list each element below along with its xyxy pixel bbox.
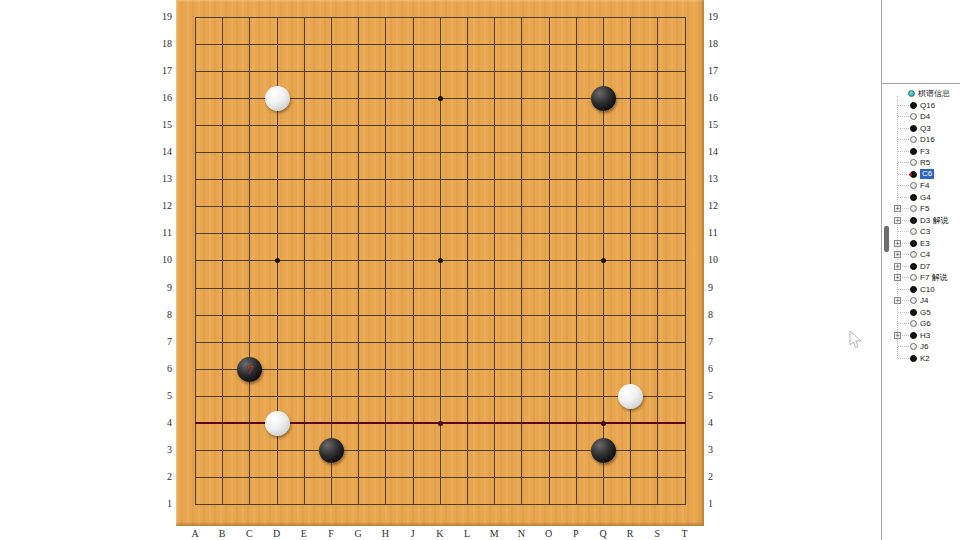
tree-node-D3[interactable]: +D3 解说 (882, 215, 960, 227)
row-label-right-6: 6 (708, 363, 732, 375)
tree-node-F4[interactable]: F4 (882, 180, 960, 192)
row-label-right-17: 17 (708, 65, 732, 77)
tree-node-F5[interactable]: +F5 (882, 203, 960, 215)
tree-branch-connector (898, 231, 909, 232)
col-label-H: H (377, 528, 393, 540)
grid-line-horizontal (195, 233, 686, 234)
tree-node-J4[interactable]: +J4 (882, 295, 960, 307)
col-label-A: A (187, 528, 203, 540)
white-stone-icon (910, 274, 917, 281)
row-label-left-12: 12 (148, 200, 172, 212)
stone-F3[interactable] (319, 438, 344, 463)
row-label-left-5: 5 (148, 390, 172, 402)
white-stone-icon (910, 251, 917, 258)
row-label-left-3: 3 (148, 444, 172, 456)
col-label-R: R (622, 528, 638, 540)
row-label-left-14: 14 (148, 146, 172, 158)
info-panel (882, 0, 960, 84)
black-stone-icon (910, 332, 917, 339)
tree-node-C10[interactable]: C10 (882, 284, 960, 296)
tree-node-label: C3 (920, 226, 930, 238)
stone-Q16[interactable] (591, 86, 616, 111)
col-label-G: G (350, 528, 366, 540)
row-label-right-3: 3 (708, 444, 732, 456)
tree-branch-connector (898, 162, 909, 163)
white-stone-icon (910, 159, 917, 166)
tree-node-R5[interactable]: R5 (882, 157, 960, 169)
tree-node-F7[interactable]: +F7 解说 (882, 272, 960, 284)
tree-node-label: K2 (920, 353, 930, 365)
tree-expander-icon[interactable]: + (894, 240, 901, 247)
tree-node-label: F3 (920, 146, 929, 158)
row-label-left-6: 6 (148, 363, 172, 375)
grid-line-horizontal (195, 342, 686, 343)
row-label-left-2: 2 (148, 471, 172, 483)
tree-node-label: C6 (920, 169, 934, 179)
row-label-left-9: 9 (148, 282, 172, 294)
white-stone-icon (910, 320, 917, 327)
row-label-right-5: 5 (708, 390, 732, 402)
black-stone-icon (910, 309, 917, 316)
grid-line-horizontal (195, 125, 686, 126)
tree-branch-connector (898, 151, 909, 152)
tree-node-label: C10 (920, 284, 935, 296)
tree-branch-connector (898, 197, 909, 198)
grid-line-horizontal (195, 17, 686, 18)
tree-node-label: F5 (920, 203, 929, 215)
black-stone-icon (910, 148, 917, 155)
tree-root-node[interactable]: 棋谱信息 (882, 88, 960, 100)
tree-branch-connector (898, 128, 909, 129)
tree-expander-icon[interactable]: + (894, 274, 901, 281)
black-stone-icon (910, 240, 917, 247)
star-point-D10 (275, 258, 280, 263)
tree-node-G4[interactable]: G4 (882, 192, 960, 204)
row-label-right-18: 18 (708, 38, 732, 50)
row-label-left-13: 13 (148, 173, 172, 185)
row-label-right-10: 10 (708, 254, 732, 266)
tree-node-F3[interactable]: F3 (882, 146, 960, 158)
stone-C6[interactable]: 7 (237, 357, 262, 382)
row-label-right-7: 7 (708, 336, 732, 348)
grid-line-horizontal (195, 504, 686, 505)
tree-expander-icon[interactable]: + (894, 263, 901, 270)
board-area: 7 11223344556677889910101111121213131414… (0, 0, 881, 540)
col-label-F: F (323, 528, 339, 540)
tree-node-label: D4 (920, 111, 930, 123)
col-label-M: M (486, 528, 502, 540)
tree-node-C4[interactable]: +C4 (882, 249, 960, 261)
row-label-right-13: 13 (708, 173, 732, 185)
col-label-B: B (214, 528, 230, 540)
tree-branch-connector (898, 139, 909, 140)
white-stone-icon (910, 205, 917, 212)
tree-branch-connector (898, 289, 909, 290)
tree-node-E3[interactable]: +E3 (882, 238, 960, 250)
black-stone-icon (910, 263, 917, 270)
grid-line-horizontal (195, 396, 686, 397)
col-label-N: N (513, 528, 529, 540)
tree-node-D4[interactable]: D4 (882, 111, 960, 123)
tree-node-C3[interactable]: C3 (882, 226, 960, 238)
tree-node-label: G4 (920, 192, 931, 204)
white-stone-icon (910, 136, 917, 143)
col-label-T: T (677, 528, 693, 540)
row-label-right-12: 12 (708, 200, 732, 212)
tree-node-Q16[interactable]: Q16 (882, 100, 960, 112)
tree-node-label: Q3 (920, 123, 931, 135)
tree-node-label: J4 (920, 295, 928, 307)
black-stone-icon (910, 102, 917, 109)
grid-line-horizontal (195, 477, 686, 478)
tree-node-D7[interactable]: +D7 (882, 261, 960, 273)
grid-line-horizontal (195, 71, 686, 72)
col-label-S: S (649, 528, 665, 540)
stone-D16[interactable] (265, 86, 290, 111)
tree-scrollbar-thumb[interactable] (884, 226, 889, 252)
move-tree: 棋谱信息Q16D4Q3D16F3R5C6F4G4+F5+D3 解说C3+E3+C… (882, 88, 960, 538)
grid-line-horizontal (195, 179, 686, 180)
tree-root-label: 棋谱信息 (918, 88, 950, 100)
col-label-P: P (568, 528, 584, 540)
col-label-C: C (241, 528, 257, 540)
col-label-J: J (405, 528, 421, 540)
tree-node-label: J6 (920, 341, 928, 353)
tree-expander-icon[interactable]: + (894, 251, 901, 258)
tree-branch-connector (898, 116, 909, 117)
row-label-right-8: 8 (708, 309, 732, 321)
tree-node-label: D3 解说 (920, 215, 948, 227)
col-label-E: E (296, 528, 312, 540)
black-stone-icon (910, 355, 917, 362)
star-point-K10 (438, 258, 443, 263)
row-label-left-19: 19 (148, 11, 172, 23)
tree-node-K2[interactable]: K2 (882, 353, 960, 365)
row-label-left-4: 4 (148, 417, 172, 429)
row-label-right-16: 16 (708, 92, 732, 104)
tree-node-J6[interactable]: J6 (882, 341, 960, 353)
stone-R5[interactable] (618, 384, 643, 409)
tree-branch-connector (898, 174, 909, 175)
grid-line-horizontal (195, 369, 686, 370)
tree-branch-connector (898, 346, 909, 347)
grid-line-horizontal (195, 288, 686, 289)
tree-node-Q3[interactable]: Q3 (882, 123, 960, 135)
col-label-L: L (459, 528, 475, 540)
row-label-right-11: 11 (708, 227, 732, 239)
mouse-cursor-icon (849, 330, 862, 353)
move-number-label: 7 (247, 363, 254, 376)
row-label-right-15: 15 (708, 119, 732, 131)
row-label-left-10: 10 (148, 254, 172, 266)
tree-branch-connector (898, 312, 909, 313)
star-point-Q10 (601, 258, 606, 263)
goban[interactable]: 7 (176, 0, 704, 526)
tree-expander-icon[interactable]: + (894, 217, 901, 224)
tree-branch-connector (898, 358, 909, 359)
grid-line-horizontal (195, 206, 686, 207)
white-stone-icon (910, 228, 917, 235)
white-stone-icon (910, 182, 917, 189)
tree-node-C6[interactable]: C6 (882, 169, 960, 181)
row-label-left-15: 15 (148, 119, 172, 131)
row-label-left-16: 16 (148, 92, 172, 104)
tree-node-label: Q16 (920, 100, 935, 112)
tree-node-label: R5 (920, 157, 930, 169)
tree-node-D16[interactable]: D16 (882, 134, 960, 146)
tree-node-label: E3 (920, 238, 930, 250)
white-stone-icon (910, 297, 917, 304)
row-label-left-11: 11 (148, 227, 172, 239)
tree-branch-connector (898, 185, 909, 186)
col-label-K: K (432, 528, 448, 540)
tree-expander-icon[interactable]: + (894, 297, 901, 304)
row-label-right-4: 4 (708, 417, 732, 429)
black-stone-icon (910, 194, 917, 201)
tree-node-label: G5 (920, 307, 931, 319)
grid-line-horizontal (195, 315, 686, 316)
col-label-O: O (541, 528, 557, 540)
col-label-D: D (269, 528, 285, 540)
star-point-K16 (438, 96, 443, 101)
tree-expander-icon[interactable]: + (894, 205, 901, 212)
tree-node-label: D7 (920, 261, 930, 273)
black-stone-icon (910, 125, 917, 132)
stone-D4[interactable] (265, 411, 290, 436)
row-label-right-1: 1 (708, 498, 732, 510)
black-stone-icon (910, 286, 917, 293)
tree-node-label: G6 (920, 318, 931, 330)
tree-node-label: F7 解说 (920, 272, 948, 284)
tree-node-label: D16 (920, 134, 935, 146)
side-panel: 棋谱信息Q16D4Q3D16F3R5C6F4G4+F5+D3 解说C3+E3+C… (881, 0, 960, 540)
row-label-left-7: 7 (148, 336, 172, 348)
tree-node-label: C4 (920, 249, 930, 261)
grid-line-horizontal (195, 152, 686, 153)
row-label-right-14: 14 (708, 146, 732, 158)
row-label-left-1: 1 (148, 498, 172, 510)
tree-expander-icon[interactable]: + (894, 332, 901, 339)
tree-node-H3[interactable]: +H3 (882, 330, 960, 342)
app-window: 7 11223344556677889910101111121213131414… (0, 0, 960, 540)
tree-node-G6[interactable]: G6 (882, 318, 960, 330)
row-label-left-18: 18 (148, 38, 172, 50)
row-label-right-2: 2 (708, 471, 732, 483)
current-move-marker-icon (909, 173, 912, 176)
stone-Q3[interactable] (591, 438, 616, 463)
game-info-icon (908, 90, 915, 97)
row-label-right-19: 19 (708, 11, 732, 23)
white-stone-icon (910, 113, 917, 120)
tree-node-G5[interactable]: G5 (882, 307, 960, 319)
white-stone-icon (910, 343, 917, 350)
row-label-right-9: 9 (708, 282, 732, 294)
tree-branch-connector (898, 323, 909, 324)
tree-node-label: H3 (920, 330, 930, 342)
row-label-left-8: 8 (148, 309, 172, 321)
grid-line-horizontal (195, 44, 686, 45)
row-label-left-17: 17 (148, 65, 172, 77)
col-label-Q: Q (595, 528, 611, 540)
tree-branch-connector (898, 105, 909, 106)
black-stone-icon (910, 217, 917, 224)
tree-node-label: F4 (920, 180, 929, 192)
